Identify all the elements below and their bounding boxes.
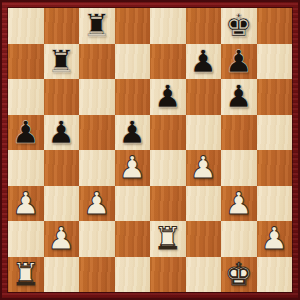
piece-white-rook: ♜ <box>12 257 40 293</box>
piece-white-pawn: ♟ <box>83 186 111 222</box>
piece-black-rook: ♜ <box>83 8 111 44</box>
square-h8[interactable] <box>257 8 293 44</box>
square-e3[interactable] <box>150 186 186 222</box>
square-f8[interactable] <box>186 8 222 44</box>
square-d8[interactable] <box>115 8 151 44</box>
square-e2[interactable]: ♜ <box>150 221 186 257</box>
square-b5[interactable]: ♟ <box>44 115 80 151</box>
square-d6[interactable] <box>115 79 151 115</box>
chess-board: ♜♚♜♟♟♟♟♟♟♟♟♟♟♟♟♟♜♟♜♚ <box>8 8 292 292</box>
square-h4[interactable] <box>257 150 293 186</box>
square-c6[interactable] <box>79 79 115 115</box>
square-a5[interactable]: ♟ <box>8 115 44 151</box>
square-e5[interactable] <box>150 115 186 151</box>
square-g3[interactable]: ♟ <box>221 186 257 222</box>
square-b6[interactable] <box>44 79 80 115</box>
piece-white-pawn: ♟ <box>225 186 253 222</box>
square-a3[interactable]: ♟ <box>8 186 44 222</box>
square-b7[interactable]: ♜ <box>44 44 80 80</box>
square-h3[interactable] <box>257 186 293 222</box>
square-a6[interactable] <box>8 79 44 115</box>
square-f7[interactable]: ♟ <box>186 44 222 80</box>
square-b1[interactable] <box>44 257 80 293</box>
square-c2[interactable] <box>79 221 115 257</box>
square-c3[interactable]: ♟ <box>79 186 115 222</box>
square-g2[interactable] <box>221 221 257 257</box>
piece-white-pawn: ♟ <box>118 150 146 186</box>
piece-white-king: ♚ <box>225 257 253 293</box>
square-a4[interactable] <box>8 150 44 186</box>
square-c7[interactable] <box>79 44 115 80</box>
square-a2[interactable] <box>8 221 44 257</box>
piece-black-king: ♚ <box>225 8 253 44</box>
piece-black-pawn: ♟ <box>154 79 182 115</box>
square-e4[interactable] <box>150 150 186 186</box>
square-h1[interactable] <box>257 257 293 293</box>
square-h6[interactable] <box>257 79 293 115</box>
square-a8[interactable] <box>8 8 44 44</box>
square-d2[interactable] <box>115 221 151 257</box>
square-f6[interactable] <box>186 79 222 115</box>
square-a1[interactable]: ♜ <box>8 257 44 293</box>
piece-black-pawn: ♟ <box>189 44 217 80</box>
square-g6[interactable]: ♟ <box>221 79 257 115</box>
square-b8[interactable] <box>44 8 80 44</box>
square-h2[interactable]: ♟ <box>257 221 293 257</box>
piece-white-pawn: ♟ <box>260 221 288 257</box>
square-f3[interactable] <box>186 186 222 222</box>
square-g5[interactable] <box>221 115 257 151</box>
square-c4[interactable] <box>79 150 115 186</box>
square-e1[interactable] <box>150 257 186 293</box>
square-f4[interactable]: ♟ <box>186 150 222 186</box>
square-b4[interactable] <box>44 150 80 186</box>
piece-white-pawn: ♟ <box>47 221 75 257</box>
piece-black-pawn: ♟ <box>47 115 75 151</box>
square-e6[interactable]: ♟ <box>150 79 186 115</box>
piece-white-pawn: ♟ <box>12 186 40 222</box>
chess-board-frame: ♜♚♜♟♟♟♟♟♟♟♟♟♟♟♟♟♜♟♜♚ <box>0 0 300 300</box>
square-b3[interactable] <box>44 186 80 222</box>
square-f5[interactable] <box>186 115 222 151</box>
piece-black-pawn: ♟ <box>225 79 253 115</box>
square-h7[interactable] <box>257 44 293 80</box>
piece-black-pawn: ♟ <box>225 44 253 80</box>
square-d1[interactable] <box>115 257 151 293</box>
square-c1[interactable] <box>79 257 115 293</box>
piece-white-rook: ♜ <box>154 221 182 257</box>
square-d3[interactable] <box>115 186 151 222</box>
square-g1[interactable]: ♚ <box>221 257 257 293</box>
square-d5[interactable]: ♟ <box>115 115 151 151</box>
square-g8[interactable]: ♚ <box>221 8 257 44</box>
square-d4[interactable]: ♟ <box>115 150 151 186</box>
square-b2[interactable]: ♟ <box>44 221 80 257</box>
piece-black-pawn: ♟ <box>118 115 146 151</box>
square-f1[interactable] <box>186 257 222 293</box>
square-h5[interactable] <box>257 115 293 151</box>
square-c8[interactable]: ♜ <box>79 8 115 44</box>
square-c5[interactable] <box>79 115 115 151</box>
square-e8[interactable] <box>150 8 186 44</box>
piece-black-pawn: ♟ <box>12 115 40 151</box>
square-g4[interactable] <box>221 150 257 186</box>
piece-white-pawn: ♟ <box>189 150 217 186</box>
square-a7[interactable] <box>8 44 44 80</box>
square-d7[interactable] <box>115 44 151 80</box>
square-f2[interactable] <box>186 221 222 257</box>
square-g7[interactable]: ♟ <box>221 44 257 80</box>
square-e7[interactable] <box>150 44 186 80</box>
piece-black-rook: ♜ <box>47 44 75 80</box>
